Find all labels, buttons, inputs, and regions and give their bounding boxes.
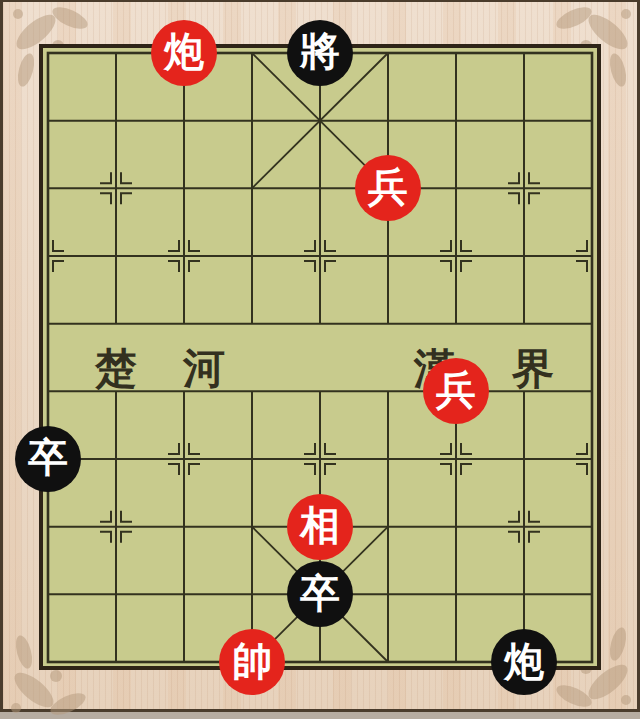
piece-black-soldier[interactable]: 卒 — [15, 426, 81, 492]
piece-glyph: 卒 — [28, 430, 68, 485]
piece-glyph: 兵 — [436, 363, 476, 418]
piece-red-soldier[interactable]: 兵 — [423, 358, 489, 424]
piece-black-cannon[interactable]: 炮 — [491, 629, 557, 695]
piece-red-cannon[interactable]: 炮 — [151, 20, 217, 86]
piece-layer: 炮將兵兵卒相卒帥炮 — [14, 19, 626, 696]
piece-glyph: 炮 — [504, 634, 544, 689]
piece-black-soldier[interactable]: 卒 — [287, 561, 353, 627]
piece-glyph: 將 — [300, 24, 340, 79]
xiangqi-game: 楚 河 漢 界 炮將兵兵卒相卒帥炮 — [0, 0, 640, 719]
piece-black-general[interactable]: 將 — [287, 20, 353, 86]
piece-glyph: 相 — [300, 498, 340, 553]
piece-glyph: 卒 — [300, 566, 340, 621]
piece-red-elephant[interactable]: 相 — [287, 494, 353, 560]
piece-red-soldier[interactable]: 兵 — [355, 155, 421, 221]
piece-glyph: 炮 — [164, 24, 204, 79]
piece-glyph: 帥 — [232, 634, 272, 689]
piece-glyph: 兵 — [368, 160, 408, 215]
piece-red-general[interactable]: 帥 — [219, 629, 285, 695]
